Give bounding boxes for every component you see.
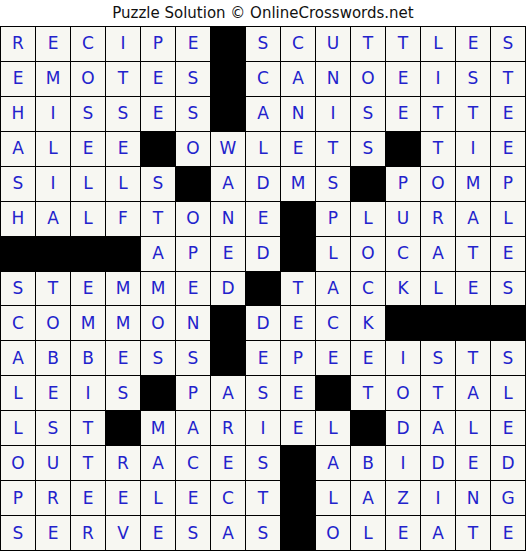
letter-cell: I (386, 446, 420, 480)
black-cell (106, 411, 140, 445)
letter-cell: I (386, 341, 420, 375)
black-cell (491, 306, 525, 340)
letter-cell: E (386, 62, 420, 96)
letter-cell: H (1, 202, 35, 236)
letter-cell: P (1, 481, 35, 515)
letter-cell: L (491, 202, 525, 236)
letter-cell: O (71, 62, 105, 96)
letter-cell: T (281, 272, 315, 306)
letter-cell: I (246, 411, 280, 445)
letter-cell: S (176, 516, 210, 550)
letter-cell: S (1, 516, 35, 550)
letter-cell: L (71, 167, 105, 201)
letter-cell: K (351, 306, 385, 340)
letter-cell: D (246, 237, 280, 271)
letter-cell: N (176, 306, 210, 340)
letter-cell: E (491, 132, 525, 166)
letter-cell: T (456, 97, 490, 131)
letter-cell: U (36, 446, 70, 480)
letter-cell: O (316, 516, 350, 550)
letter-cell: L (491, 376, 525, 410)
letter-cell: S (106, 97, 140, 131)
letter-cell: E (491, 516, 525, 550)
letter-cell: A (421, 516, 455, 550)
letter-cell: C (246, 62, 280, 96)
letter-cell: R (421, 202, 455, 236)
letter-cell: A (36, 202, 70, 236)
letter-cell: E (36, 376, 70, 410)
letter-cell: S (176, 341, 210, 375)
letter-cell: A (211, 516, 245, 550)
black-cell (211, 62, 245, 96)
letter-cell: S (246, 27, 280, 61)
crossword-solution-page: Puzzle Solution © OnlineCrosswords.net R… (0, 0, 526, 551)
letter-cell: V (106, 516, 140, 550)
letter-cell: A (246, 97, 280, 131)
letter-cell: A (1, 132, 35, 166)
letter-cell: S (491, 27, 525, 61)
black-cell (141, 376, 175, 410)
letter-cell: A (176, 411, 210, 445)
letter-cell: S (176, 97, 210, 131)
letter-cell: E (71, 132, 105, 166)
letter-cell: P (176, 237, 210, 271)
letter-cell: M (106, 272, 140, 306)
letter-cell: O (176, 132, 210, 166)
letter-cell: I (71, 376, 105, 410)
letter-cell: C (71, 27, 105, 61)
letter-cell: M (456, 167, 490, 201)
letter-cell: P (491, 167, 525, 201)
page-title: Puzzle Solution © OnlineCrosswords.net (0, 0, 526, 26)
letter-cell: L (421, 272, 455, 306)
letter-cell: R (106, 446, 140, 480)
letter-cell: T (421, 376, 455, 410)
letter-cell: E (36, 27, 70, 61)
black-cell (316, 376, 350, 410)
letter-cell: A (316, 446, 350, 480)
letter-cell: E (1, 62, 35, 96)
letter-cell: S (491, 272, 525, 306)
letter-cell: S (316, 167, 350, 201)
letter-cell: L (106, 167, 140, 201)
letter-cell: E (386, 97, 420, 131)
black-cell (281, 237, 315, 271)
letter-cell: C (281, 27, 315, 61)
letter-cell: S (176, 62, 210, 96)
letter-cell: I (316, 97, 350, 131)
letter-cell: M (141, 411, 175, 445)
letter-cell: B (71, 341, 105, 375)
letter-cell: S (351, 97, 385, 131)
letter-cell: P (281, 341, 315, 375)
letter-cell: P (316, 202, 350, 236)
letter-cell: C (1, 306, 35, 340)
letter-cell: O (141, 306, 175, 340)
letter-cell: E (106, 132, 140, 166)
letter-cell: M (106, 306, 140, 340)
letter-cell: L (71, 202, 105, 236)
letter-cell: S (246, 376, 280, 410)
letter-cell: B (36, 341, 70, 375)
letter-cell: E (36, 516, 70, 550)
letter-cell: E (106, 481, 140, 515)
letter-cell: L (246, 132, 280, 166)
letter-cell: L (351, 516, 385, 550)
letter-cell: A (421, 237, 455, 271)
letter-cell: G (491, 481, 525, 515)
letter-cell: C (386, 237, 420, 271)
letter-cell: S (71, 97, 105, 131)
letter-cell: N (211, 202, 245, 236)
letter-cell: Z (386, 481, 420, 515)
black-cell (211, 97, 245, 131)
letter-cell: E (281, 132, 315, 166)
letter-cell: S (141, 341, 175, 375)
letter-cell: C (316, 306, 350, 340)
letter-cell: S (421, 341, 455, 375)
letter-cell: E (176, 481, 210, 515)
letter-cell: E (211, 237, 245, 271)
letter-cell: S (1, 167, 35, 201)
black-cell (351, 411, 385, 445)
letter-cell: S (36, 411, 70, 445)
letter-cell: E (176, 27, 210, 61)
letter-cell: N (281, 97, 315, 131)
letter-cell: I (421, 481, 455, 515)
letter-cell: E (211, 446, 245, 480)
letter-cell: A (421, 411, 455, 445)
letter-cell: P (386, 167, 420, 201)
letter-cell: B (351, 446, 385, 480)
letter-cell: E (71, 272, 105, 306)
letter-cell: A (351, 481, 385, 515)
letter-cell: E (106, 341, 140, 375)
letter-cell: A (456, 376, 490, 410)
letter-cell: A (1, 341, 35, 375)
letter-cell: L (36, 132, 70, 166)
letter-cell: T (456, 341, 490, 375)
letter-cell: S (351, 132, 385, 166)
letter-cell: E (386, 516, 420, 550)
black-cell (141, 132, 175, 166)
letter-cell: R (1, 27, 35, 61)
letter-cell: R (71, 516, 105, 550)
letter-cell: A (456, 202, 490, 236)
letter-cell: I (456, 132, 490, 166)
letter-cell: O (176, 202, 210, 236)
black-cell (386, 306, 420, 340)
letter-cell: L (421, 27, 455, 61)
letter-cell: T (456, 516, 490, 550)
letter-cell: S (246, 516, 280, 550)
letter-cell: E (316, 341, 350, 375)
black-cell (36, 237, 70, 271)
letter-cell: E (491, 237, 525, 271)
letter-cell: O (36, 306, 70, 340)
letter-cell: P (176, 376, 210, 410)
letter-cell: W (211, 132, 245, 166)
letter-cell: L (316, 237, 350, 271)
letter-cell: T (36, 272, 70, 306)
letter-cell: D (246, 167, 280, 201)
letter-cell: E (456, 272, 490, 306)
letter-cell: U (316, 27, 350, 61)
letter-cell: I (36, 167, 70, 201)
black-cell (281, 446, 315, 480)
letter-cell: L (1, 376, 35, 410)
letter-cell: O (351, 62, 385, 96)
black-cell (456, 306, 490, 340)
letter-cell: T (141, 202, 175, 236)
letter-cell: M (36, 62, 70, 96)
letter-cell: P (141, 27, 175, 61)
letter-cell: O (386, 376, 420, 410)
letter-cell: E (246, 202, 280, 236)
letter-cell: E (351, 341, 385, 375)
letter-cell: T (316, 132, 350, 166)
letter-cell: T (106, 62, 140, 96)
letter-cell: T (491, 62, 525, 96)
letter-cell: E (176, 272, 210, 306)
letter-cell: T (421, 97, 455, 131)
letter-cell: D (246, 306, 280, 340)
letter-cell: S (1, 272, 35, 306)
letter-cell: E (456, 27, 490, 61)
black-cell (211, 27, 245, 61)
black-cell (211, 306, 245, 340)
letter-cell: D (211, 272, 245, 306)
letter-cell: T (421, 132, 455, 166)
letter-cell: N (456, 481, 490, 515)
letter-cell: U (386, 202, 420, 236)
letter-cell: E (141, 97, 175, 131)
letter-cell: D (421, 446, 455, 480)
letter-cell: T (351, 27, 385, 61)
letter-cell: E (281, 411, 315, 445)
letter-cell: E (456, 446, 490, 480)
letter-cell: S (491, 341, 525, 375)
black-cell (176, 167, 210, 201)
black-cell (246, 272, 280, 306)
letter-cell: E (491, 411, 525, 445)
letter-cell: E (71, 481, 105, 515)
black-cell (351, 167, 385, 201)
black-cell (106, 237, 140, 271)
black-cell (281, 202, 315, 236)
black-cell (71, 237, 105, 271)
letter-cell: L (141, 481, 175, 515)
letter-cell: O (351, 237, 385, 271)
letter-cell: E (246, 341, 280, 375)
letter-cell: N (316, 62, 350, 96)
letter-cell: R (36, 481, 70, 515)
letter-cell: A (211, 376, 245, 410)
letter-cell: C (211, 481, 245, 515)
black-cell (421, 306, 455, 340)
letter-cell: S (456, 62, 490, 96)
letter-cell: M (141, 272, 175, 306)
letter-cell: T (351, 376, 385, 410)
letter-cell: I (36, 97, 70, 131)
letter-cell: T (71, 446, 105, 480)
letter-cell: S (141, 167, 175, 201)
letter-cell: T (71, 411, 105, 445)
letter-cell: L (316, 481, 350, 515)
letter-cell: L (351, 202, 385, 236)
letter-cell: A (211, 167, 245, 201)
letter-cell: E (141, 62, 175, 96)
letter-cell: T (386, 27, 420, 61)
letter-cell: T (246, 481, 280, 515)
letter-cell: C (176, 446, 210, 480)
letter-cell: E (281, 376, 315, 410)
letter-cell: S (246, 446, 280, 480)
letter-cell: S (106, 376, 140, 410)
letter-cell: H (1, 97, 35, 131)
letter-cell: A (316, 272, 350, 306)
letter-cell: E (281, 306, 315, 340)
letter-cell: R (211, 411, 245, 445)
black-cell (1, 237, 35, 271)
black-cell (281, 481, 315, 515)
letter-cell: L (456, 411, 490, 445)
black-cell (211, 341, 245, 375)
letter-cell: M (281, 167, 315, 201)
crossword-board: RECIPESCUTTLESEMOTESCANOEISTHISSESANISET… (0, 26, 526, 551)
letter-cell: I (421, 62, 455, 96)
letter-cell: D (386, 411, 420, 445)
letter-cell: D (491, 446, 525, 480)
letter-cell: L (316, 411, 350, 445)
letter-cell: I (106, 27, 140, 61)
letter-cell: T (456, 237, 490, 271)
letter-cell: L (1, 411, 35, 445)
letter-cell: E (491, 97, 525, 131)
letter-cell: K (386, 272, 420, 306)
letter-cell: A (141, 446, 175, 480)
letter-cell: M (71, 306, 105, 340)
letter-cell: O (421, 167, 455, 201)
letter-cell: F (106, 202, 140, 236)
black-cell (281, 516, 315, 550)
black-cell (386, 132, 420, 166)
letter-cell: C (351, 272, 385, 306)
letter-cell: O (1, 446, 35, 480)
letter-cell: A (281, 62, 315, 96)
letter-cell: E (141, 516, 175, 550)
letter-cell: A (141, 237, 175, 271)
